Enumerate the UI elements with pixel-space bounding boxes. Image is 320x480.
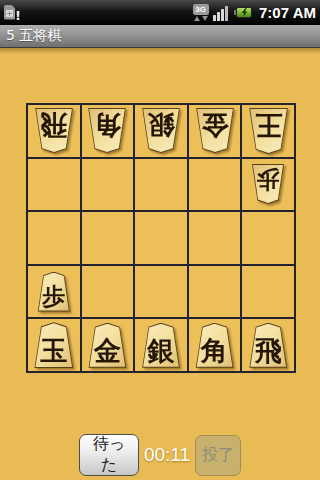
piece-kanji: 歩	[257, 165, 280, 191]
board-cell-r5c4[interactable]: 角	[189, 319, 241, 371]
bottom-controls: 待った 00:11 投了	[0, 432, 320, 478]
piece-face: 玉	[34, 323, 73, 367]
board-cell-r2c5[interactable]: 歩	[242, 159, 294, 211]
mobile-data-3g-icon: 3G	[192, 4, 209, 22]
piece-face: 王	[249, 109, 288, 153]
board-cell-r3c3[interactable]	[135, 212, 187, 264]
shogi-piece-sente-bishop[interactable]: 角	[195, 323, 235, 368]
board-cell-r1c1[interactable]: 飛	[28, 105, 80, 157]
shogi-piece-gote-king[interactable]: 王	[248, 108, 289, 154]
piece-tile: 王	[248, 108, 289, 154]
undo-button[interactable]: 待った	[79, 434, 139, 476]
board-cell-r4c2[interactable]	[82, 266, 134, 318]
board-cell-r4c5[interactable]	[242, 266, 294, 318]
piece-tile: 歩	[251, 164, 285, 204]
board-cell-r4c4[interactable]	[189, 266, 241, 318]
board-cell-r3c5[interactable]	[242, 212, 294, 264]
status-bar-left: !	[4, 4, 21, 22]
piece-face: 角	[88, 109, 126, 152]
title-bar: 5 五将棋	[0, 25, 320, 48]
shogi-board: 飛角銀金王歩歩玉金銀角飛	[26, 103, 296, 373]
piece-kanji: 飛	[255, 337, 282, 367]
piece-tile: 飛	[34, 108, 74, 153]
board-cell-r2c4[interactable]	[189, 159, 241, 211]
app-title: 5 五将棋	[6, 27, 61, 45]
shogi-piece-gote-pawn[interactable]: 歩	[251, 164, 285, 204]
piece-face: 飛	[35, 109, 73, 152]
piece-face: 銀	[142, 109, 180, 152]
shogi-piece-gote-gold[interactable]: 金	[195, 108, 235, 153]
board-cell-r2c1[interactable]	[28, 159, 80, 211]
status-bar-right: 3G 7:07 AM	[192, 4, 316, 22]
piece-face: 角	[196, 324, 234, 367]
piece-face: 歩	[252, 165, 284, 203]
board-cell-r4c3[interactable]	[135, 266, 187, 318]
piece-tile: 飛	[248, 323, 288, 368]
board-cell-r1c4[interactable]: 金	[189, 105, 241, 157]
piece-tile: 金	[87, 323, 127, 368]
piece-face: 銀	[142, 324, 180, 367]
shogi-piece-sente-gold[interactable]: 金	[87, 323, 127, 368]
piece-kanji: 王	[255, 109, 282, 139]
piece-tile: 玉	[33, 322, 74, 368]
board-cell-r5c1[interactable]: 玉	[28, 319, 80, 371]
shogi-piece-sente-king[interactable]: 玉	[33, 322, 74, 368]
piece-kanji: 歩	[42, 285, 65, 311]
board-cell-r4c1[interactable]: 歩	[28, 266, 80, 318]
clock: 7:07 AM	[259, 4, 316, 21]
board-cell-r2c3[interactable]	[135, 159, 187, 211]
board-cell-r3c1[interactable]	[28, 212, 80, 264]
no-sim-icon: !	[4, 4, 21, 22]
shogi-piece-gote-rook[interactable]: 飛	[34, 108, 74, 153]
battery-charging-icon	[234, 7, 253, 18]
mobile-data-label: 3G	[193, 4, 209, 15]
upload-arrow-icon	[194, 16, 200, 21]
piece-kanji: 銀	[147, 109, 174, 139]
shogi-piece-gote-bishop[interactable]: 角	[87, 108, 127, 153]
board-cell-r3c2[interactable]	[82, 212, 134, 264]
board-cell-r5c3[interactable]: 銀	[135, 319, 187, 371]
piece-kanji: 銀	[147, 337, 174, 367]
board-cell-r5c5[interactable]: 飛	[242, 319, 294, 371]
download-arrow-icon	[202, 16, 208, 21]
piece-kanji: 角	[94, 109, 121, 139]
board-cell-r3c4[interactable]	[189, 212, 241, 264]
resign-button[interactable]: 投了	[195, 435, 241, 476]
piece-tile: 金	[195, 108, 235, 153]
signal-strength-icon	[213, 4, 228, 21]
shogi-piece-sente-silver[interactable]: 銀	[141, 323, 181, 368]
board-cell-r1c5[interactable]: 王	[242, 105, 294, 157]
lightning-bolt-icon	[240, 8, 249, 17]
piece-tile: 歩	[37, 272, 71, 312]
shogi-piece-gote-silver[interactable]: 銀	[141, 108, 181, 153]
piece-tile: 角	[195, 323, 235, 368]
shogi-piece-sente-pawn[interactable]: 歩	[37, 272, 71, 312]
piece-kanji: 金	[201, 109, 228, 139]
board-cell-r1c3[interactable]: 銀	[135, 105, 187, 157]
status-bar: ! 3G 7:07 AM	[0, 0, 320, 25]
piece-face: 金	[88, 324, 126, 367]
piece-tile: 銀	[141, 323, 181, 368]
piece-tile: 角	[87, 108, 127, 153]
title-bar-shadow	[0, 48, 320, 54]
shogi-piece-sente-rook[interactable]: 飛	[248, 323, 288, 368]
board-cell-r1c2[interactable]: 角	[82, 105, 134, 157]
piece-face: 金	[196, 109, 234, 152]
piece-face: 歩	[38, 273, 70, 311]
board-cell-r5c2[interactable]: 金	[82, 319, 134, 371]
piece-kanji: 角	[201, 337, 228, 367]
phone-screen: ! 3G 7:07 AM 5	[0, 0, 320, 480]
move-timer: 00:11	[144, 444, 190, 466]
piece-kanji: 金	[94, 337, 121, 367]
board-cell-r2c2[interactable]	[82, 159, 134, 211]
piece-kanji: 玉	[40, 337, 67, 367]
piece-face: 飛	[249, 324, 287, 367]
piece-tile: 銀	[141, 108, 181, 153]
piece-kanji: 飛	[40, 109, 67, 139]
